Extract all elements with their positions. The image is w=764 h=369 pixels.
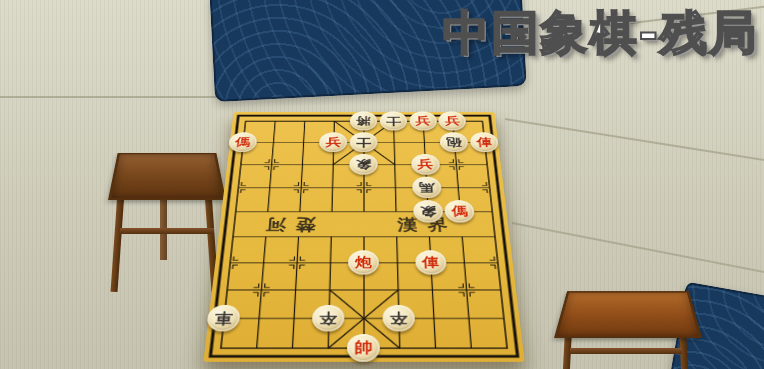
piece-black-士[interactable]: 士 xyxy=(379,111,407,130)
river-label-chu: 楚河 xyxy=(255,213,316,237)
piece-black-象[interactable]: 象 xyxy=(349,154,378,175)
piece-red-兵[interactable]: 兵 xyxy=(409,111,437,130)
piece-black-士[interactable]: 士 xyxy=(350,132,378,152)
wooden-stool-right xyxy=(548,240,708,369)
piece-red-帥[interactable]: 帥 xyxy=(347,334,380,362)
stool-stretcher xyxy=(120,228,214,234)
stool-leg xyxy=(111,192,125,292)
piece-red-兵[interactable]: 兵 xyxy=(411,154,440,175)
tatami-seam xyxy=(0,96,235,98)
page-title: 中国象棋-残局 xyxy=(328,2,758,65)
piece-black-象[interactable]: 象 xyxy=(412,200,443,222)
stool-stretcher xyxy=(570,348,682,354)
piece-black-將[interactable]: 將 xyxy=(350,111,377,130)
tatami-seam xyxy=(505,118,764,161)
wooden-stool-left xyxy=(104,112,230,288)
piece-black-馬[interactable]: 馬 xyxy=(411,177,441,198)
piece-black-卒[interactable]: 卒 xyxy=(382,305,415,332)
stool-top xyxy=(108,153,226,200)
board-plane[interactable]: 楚河 漢界 將士兵兵傌兵士砲俥象兵馬象傌炮俥車卒卒帥 xyxy=(203,112,524,362)
stool-top xyxy=(554,291,702,338)
piece-red-炮[interactable]: 炮 xyxy=(348,250,379,274)
scene: 楚河 漢界 將士兵兵傌兵士砲俥象兵馬象傌炮俥車卒卒帥 中国象棋-残局 xyxy=(0,0,764,369)
xiangqi-board[interactable]: 楚河 漢界 將士兵兵傌兵士砲俥象兵馬象傌炮俥車卒卒帥 xyxy=(214,56,514,369)
